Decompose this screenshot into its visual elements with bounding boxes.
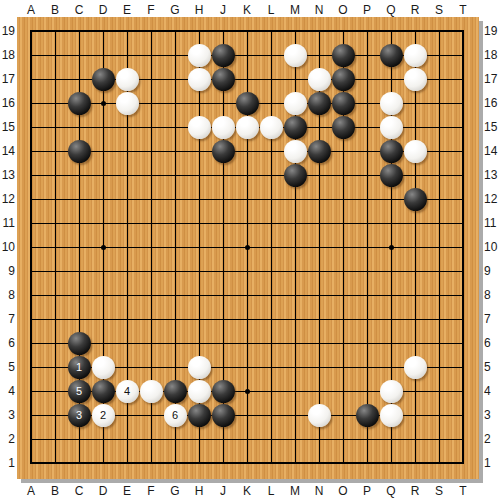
point-Q9[interactable] bbox=[379, 259, 403, 283]
point-C19[interactable] bbox=[67, 19, 91, 43]
point-B6[interactable] bbox=[43, 331, 67, 355]
point-J19[interactable] bbox=[211, 19, 235, 43]
point-T16[interactable] bbox=[451, 91, 475, 115]
point-E15[interactable] bbox=[115, 115, 139, 139]
point-F4[interactable] bbox=[139, 379, 163, 403]
point-N17[interactable] bbox=[307, 67, 331, 91]
point-C15[interactable] bbox=[67, 115, 91, 139]
point-O14[interactable] bbox=[331, 139, 355, 163]
point-O13[interactable] bbox=[331, 163, 355, 187]
point-S9[interactable] bbox=[427, 259, 451, 283]
point-O8[interactable] bbox=[331, 283, 355, 307]
point-M5[interactable] bbox=[283, 355, 307, 379]
point-T17[interactable] bbox=[451, 67, 475, 91]
point-N7[interactable] bbox=[307, 307, 331, 331]
point-E2[interactable] bbox=[115, 427, 139, 451]
point-C5[interactable]: 1 bbox=[67, 355, 91, 379]
point-T6[interactable] bbox=[451, 331, 475, 355]
point-F15[interactable] bbox=[139, 115, 163, 139]
point-S16[interactable] bbox=[427, 91, 451, 115]
point-D14[interactable] bbox=[91, 139, 115, 163]
point-O9[interactable] bbox=[331, 259, 355, 283]
point-L1[interactable] bbox=[259, 451, 283, 475]
point-C12[interactable] bbox=[67, 187, 91, 211]
point-N14[interactable] bbox=[307, 139, 331, 163]
point-A16[interactable] bbox=[19, 91, 43, 115]
point-J6[interactable] bbox=[211, 331, 235, 355]
point-B5[interactable] bbox=[43, 355, 67, 379]
point-D12[interactable] bbox=[91, 187, 115, 211]
point-T14[interactable] bbox=[451, 139, 475, 163]
point-Q6[interactable] bbox=[379, 331, 403, 355]
point-E13[interactable] bbox=[115, 163, 139, 187]
point-T4[interactable] bbox=[451, 379, 475, 403]
point-L13[interactable] bbox=[259, 163, 283, 187]
point-T2[interactable] bbox=[451, 427, 475, 451]
point-N2[interactable] bbox=[307, 427, 331, 451]
point-F18[interactable] bbox=[139, 43, 163, 67]
point-M14[interactable] bbox=[283, 139, 307, 163]
point-T19[interactable] bbox=[451, 19, 475, 43]
point-L17[interactable] bbox=[259, 67, 283, 91]
point-Q11[interactable] bbox=[379, 211, 403, 235]
point-C18[interactable] bbox=[67, 43, 91, 67]
point-D2[interactable] bbox=[91, 427, 115, 451]
point-P19[interactable] bbox=[355, 19, 379, 43]
point-H1[interactable] bbox=[187, 451, 211, 475]
point-P18[interactable] bbox=[355, 43, 379, 67]
point-O6[interactable] bbox=[331, 331, 355, 355]
point-G15[interactable] bbox=[163, 115, 187, 139]
point-T3[interactable] bbox=[451, 403, 475, 427]
point-M12[interactable] bbox=[283, 187, 307, 211]
point-O19[interactable] bbox=[331, 19, 355, 43]
point-C13[interactable] bbox=[67, 163, 91, 187]
point-R8[interactable] bbox=[403, 283, 427, 307]
point-O16[interactable] bbox=[331, 91, 355, 115]
point-B1[interactable] bbox=[43, 451, 67, 475]
point-E6[interactable] bbox=[115, 331, 139, 355]
point-R16[interactable] bbox=[403, 91, 427, 115]
point-N19[interactable] bbox=[307, 19, 331, 43]
point-D13[interactable] bbox=[91, 163, 115, 187]
point-F8[interactable] bbox=[139, 283, 163, 307]
point-N13[interactable] bbox=[307, 163, 331, 187]
point-H6[interactable] bbox=[187, 331, 211, 355]
point-J2[interactable] bbox=[211, 427, 235, 451]
point-R4[interactable] bbox=[403, 379, 427, 403]
point-D15[interactable] bbox=[91, 115, 115, 139]
point-A1[interactable] bbox=[19, 451, 43, 475]
point-P16[interactable] bbox=[355, 91, 379, 115]
point-K3[interactable] bbox=[235, 403, 259, 427]
point-G3[interactable]: 6 bbox=[163, 403, 187, 427]
point-T7[interactable] bbox=[451, 307, 475, 331]
point-F14[interactable] bbox=[139, 139, 163, 163]
point-G8[interactable] bbox=[163, 283, 187, 307]
point-L11[interactable] bbox=[259, 211, 283, 235]
point-H5[interactable] bbox=[187, 355, 211, 379]
point-H8[interactable] bbox=[187, 283, 211, 307]
point-G19[interactable] bbox=[163, 19, 187, 43]
point-N4[interactable] bbox=[307, 379, 331, 403]
point-H2[interactable] bbox=[187, 427, 211, 451]
point-D9[interactable] bbox=[91, 259, 115, 283]
point-C9[interactable] bbox=[67, 259, 91, 283]
point-M11[interactable] bbox=[283, 211, 307, 235]
point-A3[interactable] bbox=[19, 403, 43, 427]
point-K14[interactable] bbox=[235, 139, 259, 163]
point-R9[interactable] bbox=[403, 259, 427, 283]
point-C6[interactable] bbox=[67, 331, 91, 355]
point-M1[interactable] bbox=[283, 451, 307, 475]
point-T8[interactable] bbox=[451, 283, 475, 307]
point-R2[interactable] bbox=[403, 427, 427, 451]
point-G2[interactable] bbox=[163, 427, 187, 451]
point-M8[interactable] bbox=[283, 283, 307, 307]
point-G13[interactable] bbox=[163, 163, 187, 187]
point-M13[interactable] bbox=[283, 163, 307, 187]
point-E12[interactable] bbox=[115, 187, 139, 211]
point-Q1[interactable] bbox=[379, 451, 403, 475]
point-H3[interactable] bbox=[187, 403, 211, 427]
point-O4[interactable] bbox=[331, 379, 355, 403]
point-G9[interactable] bbox=[163, 259, 187, 283]
point-P3[interactable] bbox=[355, 403, 379, 427]
point-O5[interactable] bbox=[331, 355, 355, 379]
point-A4[interactable] bbox=[19, 379, 43, 403]
point-N16[interactable] bbox=[307, 91, 331, 115]
point-H10[interactable] bbox=[187, 235, 211, 259]
point-L6[interactable] bbox=[259, 331, 283, 355]
point-J13[interactable] bbox=[211, 163, 235, 187]
point-O3[interactable] bbox=[331, 403, 355, 427]
point-J14[interactable] bbox=[211, 139, 235, 163]
point-G6[interactable] bbox=[163, 331, 187, 355]
point-J1[interactable] bbox=[211, 451, 235, 475]
point-S12[interactable] bbox=[427, 187, 451, 211]
point-K18[interactable] bbox=[235, 43, 259, 67]
point-F13[interactable] bbox=[139, 163, 163, 187]
point-S3[interactable] bbox=[427, 403, 451, 427]
point-J12[interactable] bbox=[211, 187, 235, 211]
point-Q8[interactable] bbox=[379, 283, 403, 307]
point-D5[interactable] bbox=[91, 355, 115, 379]
point-G12[interactable] bbox=[163, 187, 187, 211]
point-M17[interactable] bbox=[283, 67, 307, 91]
point-J5[interactable] bbox=[211, 355, 235, 379]
point-T5[interactable] bbox=[451, 355, 475, 379]
point-Q16[interactable] bbox=[379, 91, 403, 115]
point-F6[interactable] bbox=[139, 331, 163, 355]
point-H19[interactable] bbox=[187, 19, 211, 43]
point-F9[interactable] bbox=[139, 259, 163, 283]
point-O15[interactable] bbox=[331, 115, 355, 139]
point-J15[interactable] bbox=[211, 115, 235, 139]
point-N1[interactable] bbox=[307, 451, 331, 475]
point-L14[interactable] bbox=[259, 139, 283, 163]
point-M2[interactable] bbox=[283, 427, 307, 451]
point-A17[interactable] bbox=[19, 67, 43, 91]
point-T11[interactable] bbox=[451, 211, 475, 235]
point-R3[interactable] bbox=[403, 403, 427, 427]
point-F16[interactable] bbox=[139, 91, 163, 115]
point-B11[interactable] bbox=[43, 211, 67, 235]
point-A2[interactable] bbox=[19, 427, 43, 451]
point-Q2[interactable] bbox=[379, 427, 403, 451]
point-A18[interactable] bbox=[19, 43, 43, 67]
point-T12[interactable] bbox=[451, 187, 475, 211]
point-L8[interactable] bbox=[259, 283, 283, 307]
point-D8[interactable] bbox=[91, 283, 115, 307]
point-J4[interactable] bbox=[211, 379, 235, 403]
point-D6[interactable] bbox=[91, 331, 115, 355]
point-B9[interactable] bbox=[43, 259, 67, 283]
point-S11[interactable] bbox=[427, 211, 451, 235]
point-N8[interactable] bbox=[307, 283, 331, 307]
point-P6[interactable] bbox=[355, 331, 379, 355]
point-S19[interactable] bbox=[427, 19, 451, 43]
point-C14[interactable] bbox=[67, 139, 91, 163]
point-A5[interactable] bbox=[19, 355, 43, 379]
point-F3[interactable] bbox=[139, 403, 163, 427]
point-D10[interactable] bbox=[91, 235, 115, 259]
point-O11[interactable] bbox=[331, 211, 355, 235]
point-J9[interactable] bbox=[211, 259, 235, 283]
point-S13[interactable] bbox=[427, 163, 451, 187]
point-R7[interactable] bbox=[403, 307, 427, 331]
point-E9[interactable] bbox=[115, 259, 139, 283]
point-R18[interactable] bbox=[403, 43, 427, 67]
point-N11[interactable] bbox=[307, 211, 331, 235]
point-B2[interactable] bbox=[43, 427, 67, 451]
point-E4[interactable]: 4 bbox=[115, 379, 139, 403]
point-F7[interactable] bbox=[139, 307, 163, 331]
point-P7[interactable] bbox=[355, 307, 379, 331]
point-E7[interactable] bbox=[115, 307, 139, 331]
point-O1[interactable] bbox=[331, 451, 355, 475]
point-H12[interactable] bbox=[187, 187, 211, 211]
point-N5[interactable] bbox=[307, 355, 331, 379]
point-B16[interactable] bbox=[43, 91, 67, 115]
point-G17[interactable] bbox=[163, 67, 187, 91]
point-B19[interactable] bbox=[43, 19, 67, 43]
point-T15[interactable] bbox=[451, 115, 475, 139]
point-B15[interactable] bbox=[43, 115, 67, 139]
point-E1[interactable] bbox=[115, 451, 139, 475]
point-Q7[interactable] bbox=[379, 307, 403, 331]
point-D16[interactable] bbox=[91, 91, 115, 115]
point-E8[interactable] bbox=[115, 283, 139, 307]
point-R10[interactable] bbox=[403, 235, 427, 259]
point-C17[interactable] bbox=[67, 67, 91, 91]
point-B7[interactable] bbox=[43, 307, 67, 331]
point-C10[interactable] bbox=[67, 235, 91, 259]
point-C8[interactable] bbox=[67, 283, 91, 307]
point-L15[interactable] bbox=[259, 115, 283, 139]
point-D3[interactable]: 2 bbox=[91, 403, 115, 427]
point-N15[interactable] bbox=[307, 115, 331, 139]
point-M9[interactable] bbox=[283, 259, 307, 283]
point-M6[interactable] bbox=[283, 331, 307, 355]
point-O17[interactable] bbox=[331, 67, 355, 91]
point-P14[interactable] bbox=[355, 139, 379, 163]
point-O7[interactable] bbox=[331, 307, 355, 331]
point-O2[interactable] bbox=[331, 427, 355, 451]
point-Q17[interactable] bbox=[379, 67, 403, 91]
point-D1[interactable] bbox=[91, 451, 115, 475]
point-N6[interactable] bbox=[307, 331, 331, 355]
point-A8[interactable] bbox=[19, 283, 43, 307]
point-F2[interactable] bbox=[139, 427, 163, 451]
point-S15[interactable] bbox=[427, 115, 451, 139]
point-Q14[interactable] bbox=[379, 139, 403, 163]
point-K5[interactable] bbox=[235, 355, 259, 379]
point-K16[interactable] bbox=[235, 91, 259, 115]
point-E19[interactable] bbox=[115, 19, 139, 43]
point-L16[interactable] bbox=[259, 91, 283, 115]
point-C2[interactable] bbox=[67, 427, 91, 451]
point-R6[interactable] bbox=[403, 331, 427, 355]
point-C11[interactable] bbox=[67, 211, 91, 235]
point-P17[interactable] bbox=[355, 67, 379, 91]
point-G14[interactable] bbox=[163, 139, 187, 163]
point-Q15[interactable] bbox=[379, 115, 403, 139]
point-G10[interactable] bbox=[163, 235, 187, 259]
point-E5[interactable] bbox=[115, 355, 139, 379]
point-S7[interactable] bbox=[427, 307, 451, 331]
point-M19[interactable] bbox=[283, 19, 307, 43]
point-O12[interactable] bbox=[331, 187, 355, 211]
point-C7[interactable] bbox=[67, 307, 91, 331]
point-K11[interactable] bbox=[235, 211, 259, 235]
point-D4[interactable] bbox=[91, 379, 115, 403]
point-O10[interactable] bbox=[331, 235, 355, 259]
point-A15[interactable] bbox=[19, 115, 43, 139]
point-R15[interactable] bbox=[403, 115, 427, 139]
point-N3[interactable] bbox=[307, 403, 331, 427]
point-Q3[interactable] bbox=[379, 403, 403, 427]
point-G11[interactable] bbox=[163, 211, 187, 235]
point-A10[interactable] bbox=[19, 235, 43, 259]
point-J11[interactable] bbox=[211, 211, 235, 235]
point-J16[interactable] bbox=[211, 91, 235, 115]
point-K1[interactable] bbox=[235, 451, 259, 475]
point-B12[interactable] bbox=[43, 187, 67, 211]
point-R12[interactable] bbox=[403, 187, 427, 211]
point-K19[interactable] bbox=[235, 19, 259, 43]
point-H13[interactable] bbox=[187, 163, 211, 187]
point-K4[interactable] bbox=[235, 379, 259, 403]
point-E14[interactable] bbox=[115, 139, 139, 163]
point-T10[interactable] bbox=[451, 235, 475, 259]
point-J10[interactable] bbox=[211, 235, 235, 259]
point-N10[interactable] bbox=[307, 235, 331, 259]
point-P2[interactable] bbox=[355, 427, 379, 451]
point-J18[interactable] bbox=[211, 43, 235, 67]
point-H15[interactable] bbox=[187, 115, 211, 139]
point-P10[interactable] bbox=[355, 235, 379, 259]
point-F12[interactable] bbox=[139, 187, 163, 211]
point-R14[interactable] bbox=[403, 139, 427, 163]
point-S8[interactable] bbox=[427, 283, 451, 307]
point-A6[interactable] bbox=[19, 331, 43, 355]
point-B10[interactable] bbox=[43, 235, 67, 259]
point-C3[interactable]: 3 bbox=[67, 403, 91, 427]
point-S10[interactable] bbox=[427, 235, 451, 259]
point-M3[interactable] bbox=[283, 403, 307, 427]
point-H18[interactable] bbox=[187, 43, 211, 67]
point-F10[interactable] bbox=[139, 235, 163, 259]
point-R1[interactable] bbox=[403, 451, 427, 475]
point-G18[interactable] bbox=[163, 43, 187, 67]
point-R5[interactable] bbox=[403, 355, 427, 379]
point-M7[interactable] bbox=[283, 307, 307, 331]
point-C4[interactable]: 5 bbox=[67, 379, 91, 403]
point-D7[interactable] bbox=[91, 307, 115, 331]
point-N12[interactable] bbox=[307, 187, 331, 211]
point-P15[interactable] bbox=[355, 115, 379, 139]
point-H14[interactable] bbox=[187, 139, 211, 163]
point-F1[interactable] bbox=[139, 451, 163, 475]
point-K6[interactable] bbox=[235, 331, 259, 355]
point-B4[interactable] bbox=[43, 379, 67, 403]
point-H7[interactable] bbox=[187, 307, 211, 331]
point-R17[interactable] bbox=[403, 67, 427, 91]
point-G4[interactable] bbox=[163, 379, 187, 403]
point-D19[interactable] bbox=[91, 19, 115, 43]
point-K12[interactable] bbox=[235, 187, 259, 211]
point-P11[interactable] bbox=[355, 211, 379, 235]
point-P4[interactable] bbox=[355, 379, 379, 403]
point-S17[interactable] bbox=[427, 67, 451, 91]
point-H4[interactable] bbox=[187, 379, 211, 403]
point-H9[interactable] bbox=[187, 259, 211, 283]
point-F19[interactable] bbox=[139, 19, 163, 43]
point-T9[interactable] bbox=[451, 259, 475, 283]
point-K9[interactable] bbox=[235, 259, 259, 283]
point-T1[interactable] bbox=[451, 451, 475, 475]
point-A19[interactable] bbox=[19, 19, 43, 43]
point-M18[interactable] bbox=[283, 43, 307, 67]
point-L19[interactable] bbox=[259, 19, 283, 43]
point-H11[interactable] bbox=[187, 211, 211, 235]
point-A14[interactable] bbox=[19, 139, 43, 163]
point-Q19[interactable] bbox=[379, 19, 403, 43]
point-M4[interactable] bbox=[283, 379, 307, 403]
point-J8[interactable] bbox=[211, 283, 235, 307]
point-P9[interactable] bbox=[355, 259, 379, 283]
point-A13[interactable] bbox=[19, 163, 43, 187]
point-H16[interactable] bbox=[187, 91, 211, 115]
point-P13[interactable] bbox=[355, 163, 379, 187]
point-R19[interactable] bbox=[403, 19, 427, 43]
point-F17[interactable] bbox=[139, 67, 163, 91]
point-K13[interactable] bbox=[235, 163, 259, 187]
point-L10[interactable] bbox=[259, 235, 283, 259]
point-A7[interactable] bbox=[19, 307, 43, 331]
point-G5[interactable] bbox=[163, 355, 187, 379]
point-J3[interactable] bbox=[211, 403, 235, 427]
point-L7[interactable] bbox=[259, 307, 283, 331]
point-B18[interactable] bbox=[43, 43, 67, 67]
point-B17[interactable] bbox=[43, 67, 67, 91]
point-T13[interactable] bbox=[451, 163, 475, 187]
point-B13[interactable] bbox=[43, 163, 67, 187]
point-L12[interactable] bbox=[259, 187, 283, 211]
point-T18[interactable] bbox=[451, 43, 475, 67]
point-N18[interactable] bbox=[307, 43, 331, 67]
